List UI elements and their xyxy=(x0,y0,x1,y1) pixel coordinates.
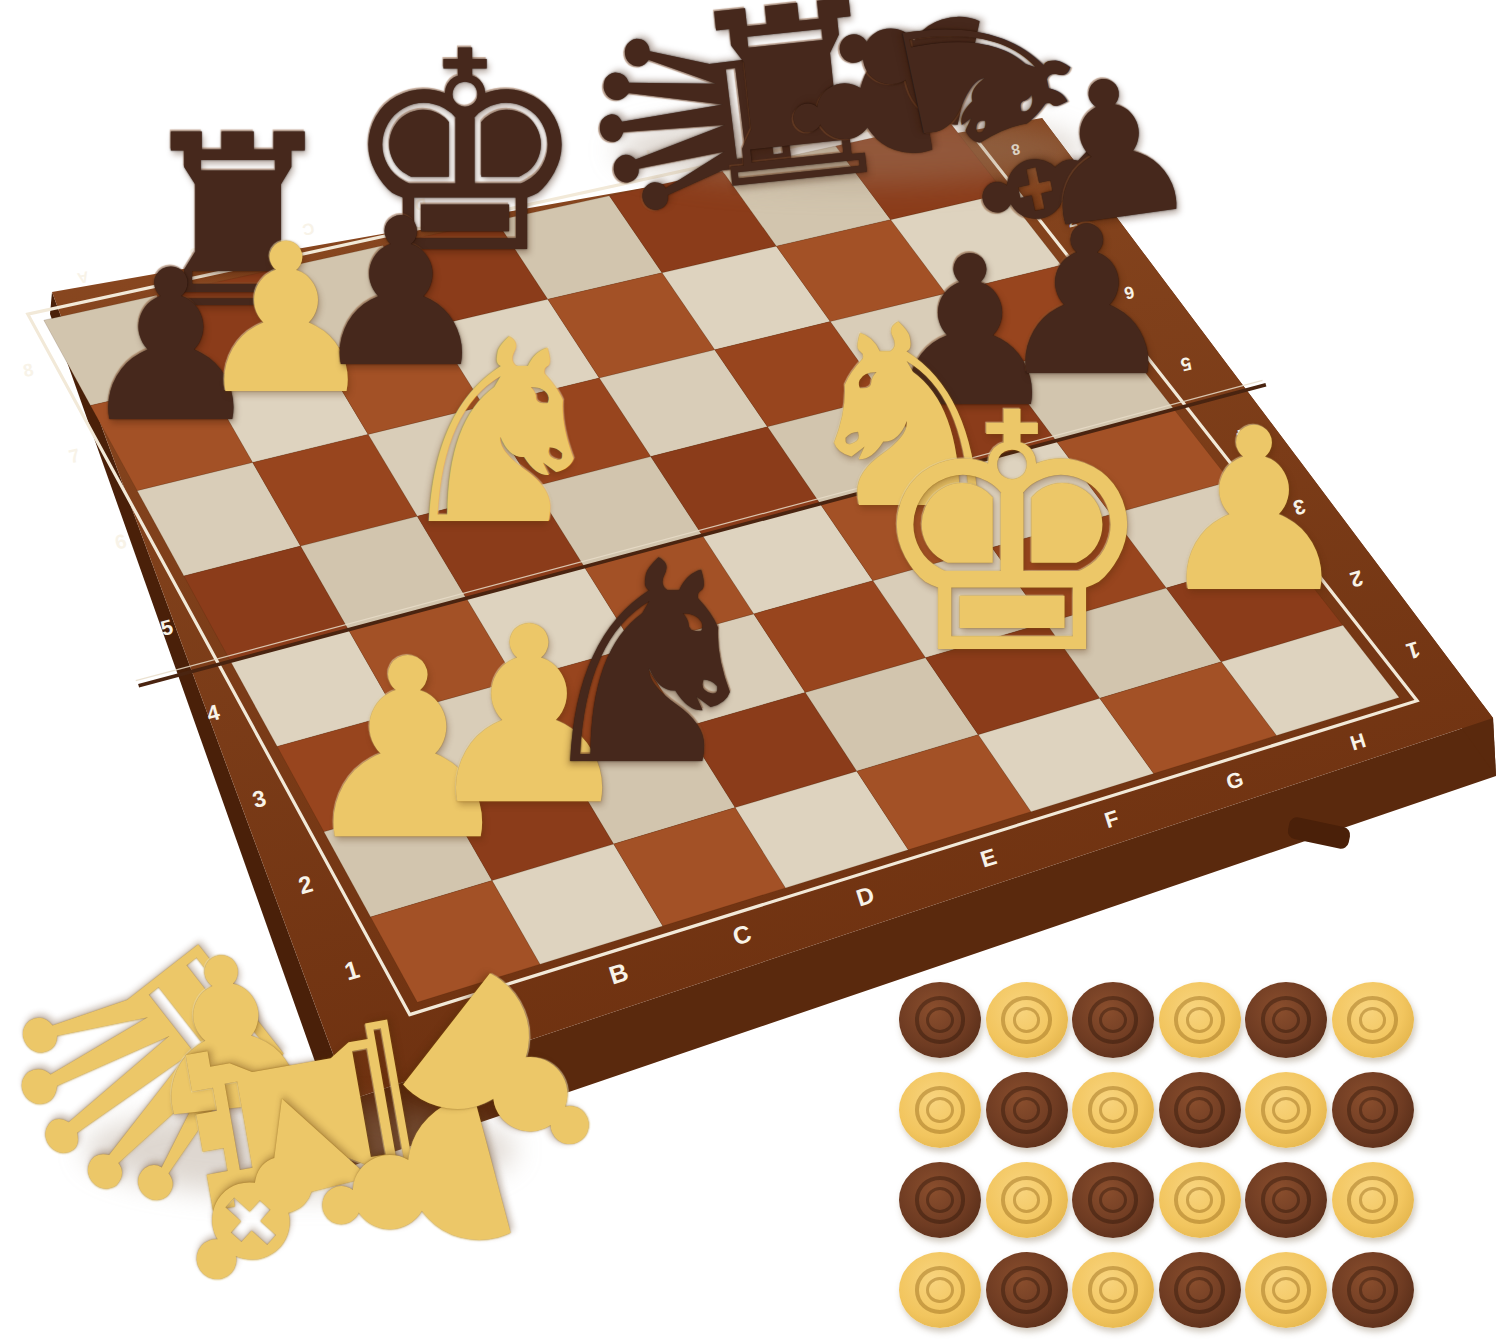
rank-label-left-8: 8 xyxy=(21,360,35,382)
file-label-top-a: A xyxy=(76,268,90,287)
file-label-top-b: B xyxy=(188,244,203,263)
file-label-top-h: H xyxy=(863,97,880,119)
rank-label-left-6: 6 xyxy=(113,530,129,554)
file-label-top-d: D xyxy=(413,194,429,215)
rank-label-left-7: 7 xyxy=(67,445,82,468)
product-photo-canvas: AABBCCDDEEFFGGHH1122334455667788 ♛♜♟♟♞♝♟… xyxy=(0,0,1500,1339)
file-label-top-c: C xyxy=(301,220,317,240)
file-label-top-f: F xyxy=(639,146,654,168)
chess-board: AABBCCDDEEFFGGHH1122334455667788 xyxy=(0,0,1500,1339)
file-label-top-g: G xyxy=(750,121,768,143)
file-label-top-e: E xyxy=(526,170,541,191)
